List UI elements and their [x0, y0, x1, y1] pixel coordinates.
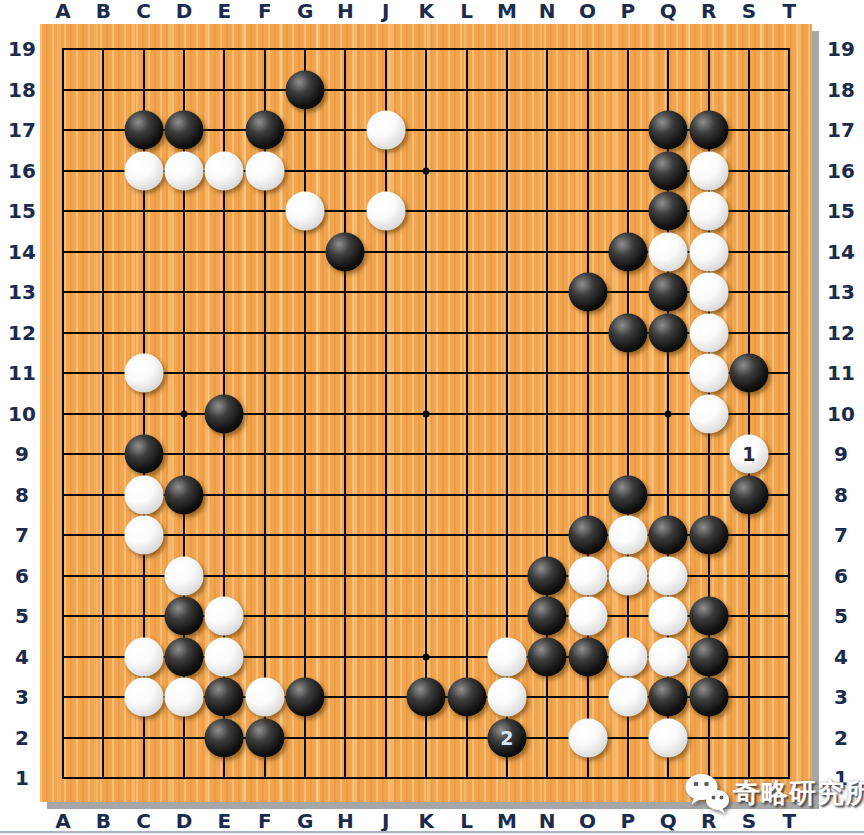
black-stone-F2: [245, 718, 284, 757]
row-label-left-17: 17: [8, 120, 36, 140]
black-stone-R4: [689, 637, 728, 676]
black-stone-C9: [124, 435, 163, 474]
row-label-left-9: 9: [15, 444, 29, 464]
white-stone-C11: [124, 354, 163, 393]
black-stone-Q16: [649, 151, 688, 190]
row-label-right-4: 4: [834, 647, 848, 667]
row-label-left-11: 11: [8, 363, 36, 383]
col-label-top-L: L: [460, 1, 473, 21]
white-stone-R14: [689, 232, 728, 271]
white-stone-R12: [689, 313, 728, 352]
col-label-bottom-C: C: [136, 811, 151, 831]
watermark-text: 奇略研究所: [733, 775, 864, 811]
col-label-top-T: T: [782, 1, 796, 21]
row-label-left-3: 3: [15, 687, 29, 707]
white-stone-Q14: [649, 232, 688, 271]
white-stone-R10: [689, 394, 728, 433]
star-point-D10: [181, 410, 188, 417]
col-label-top-H: H: [337, 1, 354, 21]
black-stone-S8: [729, 475, 768, 514]
white-stone-G15: [286, 192, 325, 231]
row-label-right-8: 8: [834, 485, 848, 505]
white-stone-E16: [205, 151, 244, 190]
col-label-bottom-R: R: [701, 811, 716, 831]
col-label-top-M: M: [497, 1, 517, 21]
col-label-top-E: E: [218, 1, 232, 21]
col-label-bottom-T: T: [782, 811, 796, 831]
white-stone-Q6: [649, 556, 688, 595]
row-label-right-2: 2: [834, 728, 848, 748]
window-bottom-border: [0, 831, 864, 835]
row-label-left-18: 18: [8, 80, 36, 100]
white-stone-Q2: [649, 718, 688, 757]
black-stone-K3: [407, 678, 446, 717]
black-stone-M2: 2: [487, 718, 526, 757]
black-stone-P8: [608, 475, 647, 514]
white-stone-P6: [608, 556, 647, 595]
black-stone-Q17: [649, 111, 688, 150]
black-stone-N6: [528, 556, 567, 595]
col-label-bottom-E: E: [218, 811, 232, 831]
white-stone-R15: [689, 192, 728, 231]
white-stone-C16: [124, 151, 163, 190]
row-label-left-15: 15: [8, 201, 36, 221]
grid-vline-S: [748, 48, 750, 779]
col-label-top-C: C: [136, 1, 151, 21]
white-stone-P4: [608, 637, 647, 676]
black-stone-Q13: [649, 273, 688, 312]
col-label-top-F: F: [258, 1, 272, 21]
row-label-right-14: 14: [827, 242, 855, 262]
row-label-left-14: 14: [8, 242, 36, 262]
white-stone-M4: [487, 637, 526, 676]
row-label-right-5: 5: [834, 606, 848, 626]
black-stone-P12: [608, 313, 647, 352]
row-label-right-15: 15: [827, 201, 855, 221]
black-stone-E3: [205, 678, 244, 717]
white-stone-D16: [165, 151, 204, 190]
move-number-label-2: 2: [500, 728, 513, 747]
col-label-top-P: P: [621, 1, 636, 21]
col-label-bottom-O: O: [579, 811, 596, 831]
black-stone-E10: [205, 394, 244, 433]
row-label-left-5: 5: [15, 606, 29, 626]
row-label-right-7: 7: [834, 525, 848, 545]
white-stone-M3: [487, 678, 526, 717]
white-stone-C4: [124, 637, 163, 676]
row-label-right-16: 16: [827, 161, 855, 181]
white-stone-J15: [366, 192, 405, 231]
white-stone-Q5: [649, 597, 688, 636]
col-label-top-R: R: [701, 1, 716, 21]
white-stone-D3: [165, 678, 204, 717]
black-stone-D4: [165, 637, 204, 676]
col-label-top-B: B: [96, 1, 111, 21]
col-label-top-S: S: [742, 1, 756, 21]
white-stone-E5: [205, 597, 244, 636]
row-label-right-13: 13: [827, 282, 855, 302]
black-stone-N4: [528, 637, 567, 676]
white-stone-J17: [366, 111, 405, 150]
col-label-bottom-D: D: [176, 811, 193, 831]
white-stone-R11: [689, 354, 728, 393]
row-label-left-16: 16: [8, 161, 36, 181]
row-label-right-9: 9: [834, 444, 848, 464]
row-label-left-10: 10: [8, 404, 36, 424]
black-stone-G3: [286, 678, 325, 717]
black-stone-D8: [165, 475, 204, 514]
row-label-left-6: 6: [15, 566, 29, 586]
col-label-top-O: O: [579, 1, 596, 21]
go-diagram-page: ABCDEFGHJKLMNOPQRST ABCDEFGHJKLMNOPQRST …: [0, 0, 864, 835]
col-label-bottom-S: S: [742, 811, 756, 831]
row-label-right-6: 6: [834, 566, 848, 586]
col-label-bottom-J: J: [382, 811, 389, 831]
black-stone-D17: [165, 111, 204, 150]
grid-vline-L: [466, 48, 468, 779]
row-label-right-17: 17: [827, 120, 855, 140]
row-label-left-4: 4: [15, 647, 29, 667]
black-stone-Q3: [649, 678, 688, 717]
black-stone-L3: [447, 678, 486, 717]
col-label-top-D: D: [176, 1, 193, 21]
white-stone-O2: [568, 718, 607, 757]
black-stone-O7: [568, 516, 607, 555]
black-stone-R5: [689, 597, 728, 636]
white-stone-F3: [245, 678, 284, 717]
move-number-label-1: 1: [742, 445, 755, 464]
star-point-Q10: [665, 410, 672, 417]
row-label-right-19: 19: [827, 39, 855, 59]
black-stone-S11: [729, 354, 768, 393]
col-label-bottom-L: L: [460, 811, 473, 831]
row-label-left-19: 19: [8, 39, 36, 59]
col-label-top-A: A: [55, 1, 70, 21]
white-stone-O5: [568, 597, 607, 636]
white-stone-P7: [608, 516, 647, 555]
col-label-bottom-K: K: [418, 811, 434, 831]
col-label-top-N: N: [539, 1, 556, 21]
white-stone-Q4: [649, 637, 688, 676]
black-stone-H14: [326, 232, 365, 271]
white-stone-C7: [124, 516, 163, 555]
black-stone-G18: [286, 70, 325, 109]
wechat-icon: [684, 772, 730, 814]
col-label-bottom-B: B: [96, 811, 111, 831]
col-label-top-G: G: [297, 1, 313, 21]
white-stone-O6: [568, 556, 607, 595]
col-label-bottom-F: F: [258, 811, 272, 831]
row-label-left-12: 12: [8, 323, 36, 343]
black-stone-O4: [568, 637, 607, 676]
row-label-left-13: 13: [8, 282, 36, 302]
grid-hline-9: [62, 453, 790, 455]
row-label-left-1: 1: [15, 768, 29, 788]
col-label-bottom-M: M: [497, 811, 517, 831]
white-stone-F16: [245, 151, 284, 190]
white-stone-S9: 1: [729, 435, 768, 474]
row-label-left-7: 7: [15, 525, 29, 545]
star-point-K4: [423, 653, 430, 660]
black-stone-R3: [689, 678, 728, 717]
col-label-top-Q: Q: [660, 1, 677, 21]
go-board: 21: [40, 24, 812, 802]
col-label-bottom-A: A: [55, 811, 70, 831]
black-stone-O13: [568, 273, 607, 312]
black-stone-E2: [205, 718, 244, 757]
row-label-right-12: 12: [827, 323, 855, 343]
star-point-K10: [423, 410, 430, 417]
white-stone-R16: [689, 151, 728, 190]
black-stone-F17: [245, 111, 284, 150]
black-stone-R17: [689, 111, 728, 150]
black-stone-N5: [528, 597, 567, 636]
white-stone-C8: [124, 475, 163, 514]
row-label-left-2: 2: [15, 728, 29, 748]
watermark: 奇略研究所: [684, 772, 864, 814]
black-stone-C17: [124, 111, 163, 150]
black-stone-R7: [689, 516, 728, 555]
col-label-top-J: J: [382, 1, 389, 21]
col-label-bottom-N: N: [539, 811, 556, 831]
black-stone-P14: [608, 232, 647, 271]
col-label-top-K: K: [418, 1, 434, 21]
grid-vline-T: [788, 48, 790, 779]
star-point-K16: [423, 167, 430, 174]
white-stone-C3: [124, 678, 163, 717]
black-stone-D5: [165, 597, 204, 636]
row-label-right-10: 10: [827, 404, 855, 424]
row-label-right-3: 3: [834, 687, 848, 707]
col-label-bottom-H: H: [337, 811, 354, 831]
white-stone-D6: [165, 556, 204, 595]
col-label-bottom-G: G: [297, 811, 313, 831]
row-label-left-8: 8: [15, 485, 29, 505]
row-label-right-18: 18: [827, 80, 855, 100]
white-stone-R13: [689, 273, 728, 312]
grid-hline-1: [62, 777, 790, 779]
col-label-bottom-Q: Q: [660, 811, 677, 831]
black-stone-Q7: [649, 516, 688, 555]
white-stone-P3: [608, 678, 647, 717]
row-label-right-11: 11: [827, 363, 855, 383]
white-stone-E4: [205, 637, 244, 676]
black-stone-Q15: [649, 192, 688, 231]
col-label-bottom-P: P: [621, 811, 636, 831]
black-stone-Q12: [649, 313, 688, 352]
